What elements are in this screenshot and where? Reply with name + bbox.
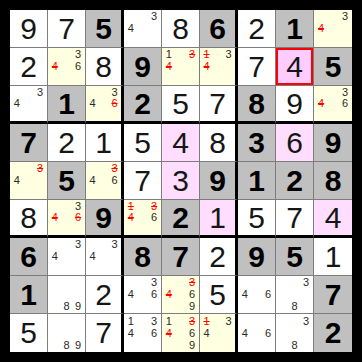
cell-r5c1[interactable]: 34 bbox=[10, 162, 48, 200]
candidate-6: 6 bbox=[339, 98, 351, 109]
candidate-1: 1 bbox=[125, 315, 137, 327]
candidate-3: 3 bbox=[148, 277, 160, 289]
solved-digit: 2 bbox=[248, 14, 265, 44]
cell-r2c8[interactable]: 4 bbox=[276, 48, 314, 86]
candidate-1-eliminated: 1 bbox=[201, 49, 212, 61]
given-digit: 5 bbox=[95, 14, 112, 44]
cell-r2c7[interactable]: 7 bbox=[238, 48, 276, 86]
candidate-8: 8 bbox=[61, 300, 73, 312]
solved-digit: 2 bbox=[58, 128, 75, 158]
cell-r6c9[interactable]: 4 bbox=[314, 200, 352, 238]
candidate-1: 1 bbox=[163, 49, 175, 61]
candidate-4: 4 bbox=[239, 289, 251, 301]
solved-digit: 7 bbox=[286, 203, 303, 233]
given-digit: 8 bbox=[325, 166, 342, 196]
candidate-grid: 13469 bbox=[163, 315, 198, 351]
candidate-4: 4 bbox=[87, 251, 98, 263]
candidate-grid: 34 bbox=[11, 87, 46, 120]
candidate-3-eliminated: 3 bbox=[34, 163, 46, 175]
candidate-4: 4 bbox=[87, 98, 98, 109]
given-digit: 9 bbox=[209, 166, 226, 196]
candidate-4: 4 bbox=[11, 98, 23, 109]
cell-r2c1[interactable]: 2 bbox=[10, 48, 48, 86]
given-digit: 6 bbox=[209, 14, 226, 44]
candidate-3: 3 bbox=[34, 87, 46, 98]
cell-r1c1[interactable]: 9 bbox=[10, 10, 48, 48]
cell-r9c7[interactable]: 46 bbox=[238, 314, 276, 352]
solved-digit: 1 bbox=[95, 128, 112, 158]
candidate-3-eliminated: 3 bbox=[186, 277, 198, 289]
given-digit: 2 bbox=[134, 89, 151, 119]
candidate-grid: 134 bbox=[163, 49, 198, 84]
cell-r9c4[interactable]: 1346 bbox=[124, 314, 162, 352]
cell-r6c8[interactable]: 7 bbox=[276, 200, 314, 238]
given-digit: 5 bbox=[325, 52, 342, 82]
candidate-grid: 34 bbox=[87, 239, 120, 274]
cell-r9c3[interactable]: 7 bbox=[86, 314, 124, 352]
given-digit: 7 bbox=[325, 280, 342, 310]
candidate-4: 4 bbox=[125, 327, 137, 339]
candidate-8: 8 bbox=[61, 339, 73, 351]
cell-r2c5[interactable]: 134 bbox=[162, 48, 200, 86]
candidate-4-eliminated: 4 bbox=[315, 98, 327, 109]
candidate-3: 3 bbox=[109, 239, 120, 251]
candidate-6: 6 bbox=[186, 289, 198, 301]
given-digit: 1 bbox=[286, 14, 303, 44]
candidate-grid: 34 bbox=[49, 239, 84, 274]
cell-r9c9[interactable]: 2 bbox=[314, 314, 352, 352]
candidate-6-eliminated: 6 bbox=[109, 98, 120, 109]
candidate-grid: 134 bbox=[201, 49, 234, 84]
cell-r1c8[interactable]: 1 bbox=[276, 10, 314, 48]
cell-r8c4[interactable]: 346 bbox=[124, 276, 162, 314]
cell-r7c4[interactable]: 8 bbox=[124, 238, 162, 276]
cell-r2c3[interactable]: 8 bbox=[86, 48, 124, 86]
solved-digit: 4 bbox=[325, 203, 342, 233]
cell-r3c1[interactable]: 34 bbox=[10, 86, 48, 124]
candidate-grid: 34 bbox=[11, 163, 46, 198]
given-digit: 8 bbox=[134, 242, 151, 272]
cell-r7c5[interactable]: 7 bbox=[162, 238, 200, 276]
solved-digit: 2 bbox=[95, 280, 112, 310]
cell-r2c4[interactable]: 9 bbox=[124, 48, 162, 86]
candidate-4: 4 bbox=[125, 23, 137, 35]
candidate-grid: 1346 bbox=[125, 201, 160, 234]
candidate-grid: 346 bbox=[87, 87, 120, 120]
solved-digit: 5 bbox=[20, 318, 37, 348]
cell-r2c9[interactable]: 5 bbox=[314, 48, 352, 86]
cell-r9c6[interactable]: 134 bbox=[200, 314, 238, 352]
cell-r4c5[interactable]: 4 bbox=[162, 124, 200, 162]
cell-r1c7[interactable]: 2 bbox=[238, 10, 276, 48]
solved-digit: 3 bbox=[172, 166, 189, 196]
given-digit: 8 bbox=[248, 89, 265, 119]
candidate-grid: 46 bbox=[239, 315, 274, 351]
candidate-6: 6 bbox=[148, 289, 160, 301]
cell-r3c7[interactable]: 8 bbox=[238, 86, 276, 124]
sudoku-app: 9753486213423468913413474534134625789346… bbox=[0, 0, 362, 362]
cell-r5c4[interactable]: 7 bbox=[124, 162, 162, 200]
candidate-3-eliminated: 3 bbox=[186, 315, 198, 327]
cell-r1c4[interactable]: 34 bbox=[124, 10, 162, 48]
given-digit: 9 bbox=[325, 128, 342, 158]
given-digit: 7 bbox=[172, 242, 189, 272]
sudoku-board: 9753486213423468913413474534134625789346… bbox=[7, 7, 355, 355]
cell-r8c3[interactable]: 2 bbox=[86, 276, 124, 314]
cell-r3c9[interactable]: 346 bbox=[314, 86, 352, 124]
solved-digit: 8 bbox=[172, 14, 189, 44]
cell-r3c6[interactable]: 7 bbox=[200, 86, 238, 124]
candidate-4-eliminated: 4 bbox=[163, 289, 175, 301]
candidate-6: 6 bbox=[148, 212, 160, 223]
solved-digit: 4 bbox=[286, 52, 303, 82]
cell-r7c3[interactable]: 34 bbox=[86, 238, 124, 276]
given-digit: 5 bbox=[286, 242, 303, 272]
candidate-grid: 134 bbox=[201, 315, 234, 351]
solved-digit: 7 bbox=[134, 166, 151, 196]
candidate-6: 6 bbox=[72, 61, 84, 73]
cell-r6c7[interactable]: 5 bbox=[238, 200, 276, 238]
candidate-4-eliminated: 4 bbox=[49, 61, 61, 73]
cell-r8c5[interactable]: 3469 bbox=[162, 276, 200, 314]
given-digit: 7 bbox=[20, 128, 37, 158]
solved-digit: 5 bbox=[172, 89, 189, 119]
cell-r8c6[interactable]: 5 bbox=[200, 276, 238, 314]
solved-digit: 8 bbox=[209, 128, 226, 158]
candidate-grid: 346 bbox=[49, 49, 84, 84]
given-digit: 9 bbox=[134, 52, 151, 82]
candidate-grid: 346 bbox=[315, 87, 351, 120]
cell-r2c6[interactable]: 134 bbox=[200, 48, 238, 86]
candidate-8: 8 bbox=[289, 339, 301, 351]
candidate-grid: 346 bbox=[49, 201, 84, 234]
candidate-4-eliminated: 4 bbox=[315, 23, 327, 35]
candidate-3: 3 bbox=[223, 49, 234, 61]
candidate-grid: 346 bbox=[125, 277, 160, 312]
candidate-9: 9 bbox=[72, 339, 84, 351]
candidate-6-eliminated: 6 bbox=[72, 212, 84, 223]
solved-digit: 9 bbox=[286, 89, 303, 119]
candidate-4: 4 bbox=[49, 251, 61, 263]
cell-r6c1[interactable]: 8 bbox=[10, 200, 48, 238]
candidate-6: 6 bbox=[148, 327, 160, 339]
given-digit: 1 bbox=[248, 166, 265, 196]
solved-digit: 6 bbox=[286, 128, 303, 158]
cell-r9c2[interactable]: 89 bbox=[48, 314, 86, 352]
solved-digit: 1 bbox=[209, 203, 226, 233]
cell-r6c4[interactable]: 1346 bbox=[124, 200, 162, 238]
cell-r1c5[interactable]: 8 bbox=[162, 10, 200, 48]
candidate-3: 3 bbox=[300, 277, 312, 289]
candidate-4-eliminated: 4 bbox=[163, 61, 175, 73]
candidate-grid: 1346 bbox=[125, 315, 160, 351]
solved-digit: 2 bbox=[20, 52, 37, 82]
candidate-3: 3 bbox=[223, 315, 234, 327]
cell-r3c5[interactable]: 5 bbox=[162, 86, 200, 124]
cell-r6c6[interactable]: 1 bbox=[200, 200, 238, 238]
candidate-4: 4 bbox=[125, 289, 137, 301]
given-digit: 1 bbox=[58, 89, 75, 119]
given-digit: 9 bbox=[248, 242, 265, 272]
candidate-3-eliminated: 3 bbox=[186, 49, 198, 61]
solved-digit: 5 bbox=[134, 128, 151, 158]
candidate-3: 3 bbox=[339, 11, 351, 23]
cell-r6c2[interactable]: 346 bbox=[48, 200, 86, 238]
cell-r3c8[interactable]: 9 bbox=[276, 86, 314, 124]
candidate-3: 3 bbox=[148, 11, 160, 23]
candidate-3: 3 bbox=[148, 315, 160, 327]
cell-r4c3[interactable]: 1 bbox=[86, 124, 124, 162]
cell-r4c7[interactable]: 3 bbox=[238, 124, 276, 162]
cell-r5c8[interactable]: 2 bbox=[276, 162, 314, 200]
solved-digit: 8 bbox=[20, 203, 37, 233]
candidate-9: 9 bbox=[186, 300, 198, 312]
cell-r8c9[interactable]: 7 bbox=[314, 276, 352, 314]
cell-r8c2[interactable]: 89 bbox=[48, 276, 86, 314]
candidate-1: 1 bbox=[163, 315, 175, 327]
candidate-6: 6 bbox=[262, 327, 274, 339]
solved-digit: 7 bbox=[95, 318, 112, 348]
given-digit: 3 bbox=[248, 128, 265, 158]
candidate-3-eliminated: 3 bbox=[109, 163, 120, 175]
candidate-3: 3 bbox=[72, 49, 84, 61]
candidate-grid: 34 bbox=[315, 11, 351, 46]
candidate-grid: 34 bbox=[125, 11, 160, 46]
solved-digit: 9 bbox=[20, 14, 37, 44]
solved-digit: 7 bbox=[209, 89, 226, 119]
cell-r3c2[interactable]: 1 bbox=[48, 86, 86, 124]
cell-r9c1[interactable]: 5 bbox=[10, 314, 48, 352]
candidate-9: 9 bbox=[186, 339, 198, 351]
cell-r1c6[interactable]: 6 bbox=[200, 10, 238, 48]
cell-r8c7[interactable]: 46 bbox=[238, 276, 276, 314]
solved-digit: 1 bbox=[325, 242, 342, 272]
candidate-4-eliminated: 4 bbox=[163, 327, 175, 339]
candidate-8: 8 bbox=[289, 300, 301, 312]
cell-r9c5[interactable]: 13469 bbox=[162, 314, 200, 352]
candidate-4: 4 bbox=[11, 175, 23, 187]
cell-r1c9[interactable]: 34 bbox=[314, 10, 352, 48]
candidate-grid: 346 bbox=[87, 163, 120, 198]
cell-r7c9[interactable]: 1 bbox=[314, 238, 352, 276]
cell-r7c2[interactable]: 34 bbox=[48, 238, 86, 276]
cell-r5c3[interactable]: 346 bbox=[86, 162, 124, 200]
cell-r2c2[interactable]: 346 bbox=[48, 48, 86, 86]
cell-r8c1[interactable]: 1 bbox=[10, 276, 48, 314]
cell-r5c7[interactable]: 1 bbox=[238, 162, 276, 200]
cell-r4c8[interactable]: 6 bbox=[276, 124, 314, 162]
cell-r4c6[interactable]: 8 bbox=[200, 124, 238, 162]
candidate-6: 6 bbox=[262, 289, 274, 301]
cell-r5c6[interactable]: 9 bbox=[200, 162, 238, 200]
cell-r1c2[interactable]: 7 bbox=[48, 10, 86, 48]
candidate-grid: 89 bbox=[49, 277, 84, 312]
candidate-3: 3 bbox=[300, 315, 312, 327]
candidate-4: 4 bbox=[87, 175, 98, 187]
candidate-9: 9 bbox=[72, 300, 84, 312]
cell-r4c4[interactable]: 5 bbox=[124, 124, 162, 162]
cell-r6c5[interactable]: 2 bbox=[162, 200, 200, 238]
cell-r5c9[interactable]: 8 bbox=[314, 162, 352, 200]
solved-digit: 2 bbox=[209, 242, 226, 272]
given-digit: 2 bbox=[286, 166, 303, 196]
cell-r4c9[interactable]: 9 bbox=[314, 124, 352, 162]
cell-r1c3[interactable]: 5 bbox=[86, 10, 124, 48]
given-digit: 1 bbox=[20, 280, 37, 310]
cell-r7c7[interactable]: 9 bbox=[238, 238, 276, 276]
candidate-grid: 89 bbox=[49, 315, 84, 351]
candidate-4-eliminated: 4 bbox=[49, 212, 61, 223]
cell-r6c3[interactable]: 9 bbox=[86, 200, 124, 238]
candidate-grid: 38 bbox=[277, 277, 312, 312]
solved-digit: 7 bbox=[248, 52, 265, 82]
candidate-4-eliminated: 4 bbox=[125, 212, 137, 223]
candidate-4: 4 bbox=[239, 327, 251, 339]
given-digit: 9 bbox=[95, 203, 112, 233]
solved-digit: 5 bbox=[248, 203, 265, 233]
given-digit: 2 bbox=[172, 203, 189, 233]
cell-r5c5[interactable]: 3 bbox=[162, 162, 200, 200]
solved-digit: 5 bbox=[209, 280, 226, 310]
candidate-4: 4 bbox=[201, 327, 212, 339]
cell-r4c2[interactable]: 2 bbox=[48, 124, 86, 162]
cell-r7c1[interactable]: 6 bbox=[10, 238, 48, 276]
given-digit: 6 bbox=[20, 242, 37, 272]
cell-r5c2[interactable]: 5 bbox=[48, 162, 86, 200]
candidate-6: 6 bbox=[186, 327, 198, 339]
cell-r9c8[interactable]: 38 bbox=[276, 314, 314, 352]
candidate-3: 3 bbox=[72, 239, 84, 251]
candidate-6: 6 bbox=[109, 175, 120, 187]
candidate-4-eliminated: 4 bbox=[201, 61, 212, 73]
candidate-grid: 46 bbox=[239, 277, 274, 312]
cell-r8c8[interactable]: 38 bbox=[276, 276, 314, 314]
candidate-grid: 38 bbox=[277, 315, 312, 351]
solved-digit: 8 bbox=[95, 52, 112, 82]
cell-r3c4[interactable]: 2 bbox=[124, 86, 162, 124]
cell-r3c3[interactable]: 346 bbox=[86, 86, 124, 124]
given-digit: 5 bbox=[58, 166, 75, 196]
cell-r7c6[interactable]: 2 bbox=[200, 238, 238, 276]
cell-r7c8[interactable]: 5 bbox=[276, 238, 314, 276]
cell-r4c1[interactable]: 7 bbox=[10, 124, 48, 162]
solved-digit: 4 bbox=[172, 128, 189, 158]
candidate-1-eliminated: 1 bbox=[201, 315, 212, 327]
candidate-grid: 3469 bbox=[163, 277, 198, 312]
solved-digit: 7 bbox=[58, 14, 75, 44]
given-digit: 2 bbox=[325, 318, 342, 348]
